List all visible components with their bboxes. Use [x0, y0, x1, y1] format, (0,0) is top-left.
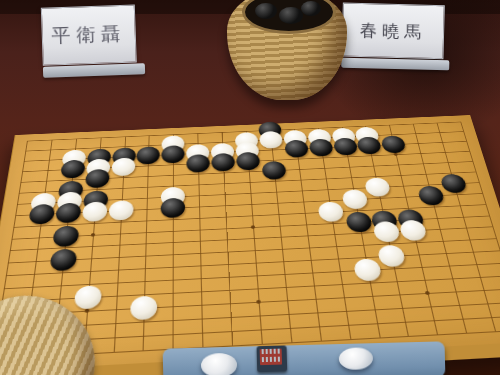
seal-stamp-face	[260, 349, 282, 366]
hoshi-point	[91, 233, 95, 237]
white-stone	[377, 245, 406, 268]
name-plate-left-stand	[43, 63, 145, 78]
white-stone	[364, 177, 391, 197]
black-stone-in-bowl	[279, 7, 303, 24]
white-stone-on-tray	[339, 347, 374, 370]
white-stone	[353, 259, 382, 282]
name-plate-right-text: 春曉馬	[360, 19, 427, 44]
seal-stamp	[257, 345, 288, 372]
black-stone	[381, 135, 407, 153]
photo-stage: 平衛聶 春曉馬	[0, 0, 500, 375]
white-stone	[317, 201, 344, 222]
name-plate-left-text: 平衛聶	[51, 21, 127, 50]
black-stone	[211, 153, 235, 172]
black-stone	[52, 225, 79, 247]
black-stone	[49, 249, 77, 272]
hoshi-point	[425, 291, 430, 295]
white-stone-on-tray	[201, 353, 238, 375]
white-stone	[73, 285, 101, 309]
white-stone	[108, 200, 133, 221]
white-stone	[130, 296, 157, 321]
hoshi-point	[394, 153, 398, 156]
grid-line-horizontal	[8, 239, 497, 264]
hoshi-point	[251, 225, 255, 229]
name-plate-right-card: 春曉馬	[341, 3, 444, 60]
hoshi-point	[256, 300, 261, 304]
name-plate-right: 春曉馬	[341, 3, 451, 71]
name-plate-left-card: 平衛聶	[41, 5, 137, 66]
black-stone	[345, 211, 373, 232]
hoshi-point	[84, 309, 89, 313]
white-stone	[399, 220, 428, 241]
black-stone	[261, 161, 286, 180]
white-stone	[341, 189, 368, 209]
white-stone	[259, 131, 283, 149]
black-stone	[161, 197, 185, 218]
grid-line-horizontal	[6, 251, 500, 277]
white-stone	[111, 157, 135, 176]
name-plate-left: 平衛聶	[41, 4, 145, 78]
black-stone	[137, 146, 160, 164]
bowl-opening	[242, 0, 336, 34]
black-stone	[162, 145, 185, 163]
black-stone-in-bowl	[255, 3, 277, 19]
black-stone	[236, 152, 260, 171]
black-stone-in-bowl	[301, 1, 321, 16]
black-stone	[439, 173, 468, 193]
black-stone	[417, 185, 445, 205]
black-stone	[284, 140, 309, 158]
white-stone	[373, 221, 402, 243]
black-stone	[356, 136, 382, 154]
black-stone	[187, 154, 211, 173]
